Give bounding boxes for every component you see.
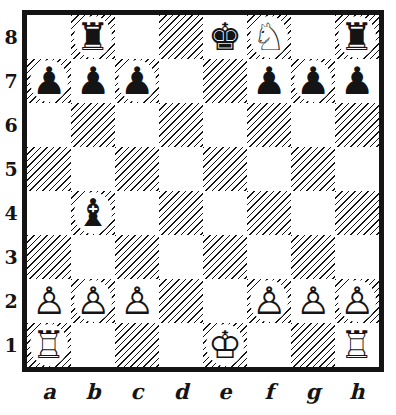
square-h2[interactable]: ♙ <box>335 279 379 323</box>
square-f1[interactable] <box>247 323 291 367</box>
square-d2[interactable] <box>159 279 203 323</box>
file-label-c: c <box>115 372 159 406</box>
piece-white-rook: ♖ <box>338 324 376 366</box>
square-e1[interactable]: ♔ <box>203 323 247 367</box>
square-e3[interactable] <box>203 235 247 279</box>
square-a1[interactable]: ♖ <box>27 323 71 367</box>
rank-label-8: 8 <box>0 15 22 59</box>
square-c7[interactable]: ♟ <box>115 59 159 103</box>
square-g6[interactable] <box>291 103 335 147</box>
rank-label-7: 7 <box>0 59 22 103</box>
piece-white-knight: ♘ <box>250 16 288 58</box>
piece-black-pawn: ♟ <box>74 60 112 102</box>
square-b7[interactable]: ♟ <box>71 59 115 103</box>
piece-white-pawn: ♙ <box>294 280 332 322</box>
piece-black-pawn: ♟ <box>294 60 332 102</box>
square-d4[interactable] <box>159 191 203 235</box>
square-g3[interactable] <box>291 235 335 279</box>
file-label-a: a <box>27 372 71 406</box>
square-c6[interactable] <box>115 103 159 147</box>
square-g4[interactable] <box>291 191 335 235</box>
square-h5[interactable] <box>335 147 379 191</box>
square-c4[interactable] <box>115 191 159 235</box>
square-b8[interactable]: ♜ <box>71 15 115 59</box>
piece-black-bishop: ♝ <box>74 192 112 234</box>
square-a6[interactable] <box>27 103 71 147</box>
rank-labels: 8 7 6 5 4 3 2 1 <box>0 10 22 372</box>
piece-white-pawn: ♙ <box>74 280 112 322</box>
square-a4[interactable] <box>27 191 71 235</box>
piece-black-pawn: ♟ <box>118 60 156 102</box>
square-b5[interactable] <box>71 147 115 191</box>
chess-diagram-page: 8 7 6 5 4 3 2 1 ♜♚♘♜♟♟♟♟♟♟♝♙♙♙♙♙♙♖♔♖ a b… <box>0 0 396 415</box>
square-b1[interactable] <box>71 323 115 367</box>
square-h4[interactable] <box>335 191 379 235</box>
file-label-e: e <box>203 372 247 406</box>
square-g1[interactable] <box>291 323 335 367</box>
piece-black-pawn: ♟ <box>250 60 288 102</box>
square-h1[interactable]: ♖ <box>335 323 379 367</box>
square-d7[interactable] <box>159 59 203 103</box>
square-f8[interactable]: ♘ <box>247 15 291 59</box>
file-label-b: b <box>71 372 115 406</box>
square-d6[interactable] <box>159 103 203 147</box>
square-g7[interactable]: ♟ <box>291 59 335 103</box>
rank-label-2: 2 <box>0 279 22 323</box>
square-f4[interactable] <box>247 191 291 235</box>
square-b2[interactable]: ♙ <box>71 279 115 323</box>
file-label-h: h <box>335 372 379 406</box>
square-f5[interactable] <box>247 147 291 191</box>
square-b3[interactable] <box>71 235 115 279</box>
piece-white-king: ♔ <box>206 324 244 366</box>
board: ♜♚♘♜♟♟♟♟♟♟♝♙♙♙♙♙♙♖♔♖ <box>22 10 384 372</box>
rank-label-4: 4 <box>0 191 22 235</box>
square-f6[interactable] <box>247 103 291 147</box>
square-c1[interactable] <box>115 323 159 367</box>
square-g8[interactable] <box>291 15 335 59</box>
rank-label-6: 6 <box>0 103 22 147</box>
piece-white-pawn: ♙ <box>250 280 288 322</box>
square-a2[interactable]: ♙ <box>27 279 71 323</box>
chess-diagram: 8 7 6 5 4 3 2 1 ♜♚♘♜♟♟♟♟♟♟♝♙♙♙♙♙♙♖♔♖ a b… <box>0 10 384 406</box>
rank-label-3: 3 <box>0 235 22 279</box>
file-label-g: g <box>291 372 335 406</box>
square-e6[interactable] <box>203 103 247 147</box>
piece-black-pawn: ♟ <box>30 60 68 102</box>
square-d3[interactable] <box>159 235 203 279</box>
square-f3[interactable] <box>247 235 291 279</box>
square-e8[interactable]: ♚ <box>203 15 247 59</box>
square-g5[interactable] <box>291 147 335 191</box>
rank-label-5: 5 <box>0 147 22 191</box>
square-e4[interactable] <box>203 191 247 235</box>
square-c2[interactable]: ♙ <box>115 279 159 323</box>
piece-black-pawn: ♟ <box>338 60 376 102</box>
square-h7[interactable]: ♟ <box>335 59 379 103</box>
square-e2[interactable] <box>203 279 247 323</box>
square-a7[interactable]: ♟ <box>27 59 71 103</box>
piece-white-pawn: ♙ <box>118 280 156 322</box>
piece-black-rook: ♜ <box>74 16 112 58</box>
square-h6[interactable] <box>335 103 379 147</box>
square-h3[interactable] <box>335 235 379 279</box>
square-f2[interactable]: ♙ <box>247 279 291 323</box>
square-e7[interactable] <box>203 59 247 103</box>
square-f7[interactable]: ♟ <box>247 59 291 103</box>
piece-white-pawn: ♙ <box>30 280 68 322</box>
file-labels: a b c d e f g h <box>22 372 384 406</box>
square-c8[interactable] <box>115 15 159 59</box>
file-label-f: f <box>247 372 291 406</box>
rank-label-1: 1 <box>0 323 22 367</box>
square-e5[interactable] <box>203 147 247 191</box>
square-d1[interactable] <box>159 323 203 367</box>
square-d5[interactable] <box>159 147 203 191</box>
square-a5[interactable] <box>27 147 71 191</box>
piece-black-king: ♚ <box>206 16 244 58</box>
square-c3[interactable] <box>115 235 159 279</box>
square-c5[interactable] <box>115 147 159 191</box>
piece-black-rook: ♜ <box>338 16 376 58</box>
square-b6[interactable] <box>71 103 115 147</box>
square-h8[interactable]: ♜ <box>335 15 379 59</box>
square-a8[interactable] <box>27 15 71 59</box>
square-a3[interactable] <box>27 235 71 279</box>
piece-white-pawn: ♙ <box>338 280 376 322</box>
file-label-d: d <box>159 372 203 406</box>
square-g2[interactable]: ♙ <box>291 279 335 323</box>
square-b4[interactable]: ♝ <box>71 191 115 235</box>
square-d8[interactable] <box>159 15 203 59</box>
piece-white-rook: ♖ <box>30 324 68 366</box>
